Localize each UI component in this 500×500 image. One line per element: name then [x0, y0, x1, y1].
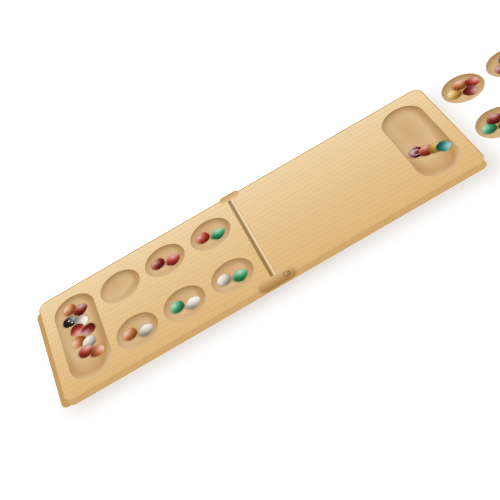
stone-clear[interactable] [135, 322, 155, 338]
stone-red[interactable] [163, 252, 182, 266]
stone-orange[interactable] [121, 325, 138, 343]
stone-darkred[interactable] [492, 61, 500, 75]
stone-darkred[interactable] [150, 256, 167, 272]
stone-darkred[interactable] [484, 112, 500, 124]
pit-near-1[interactable] [112, 305, 163, 357]
stone-black[interactable] [496, 53, 500, 64]
mancala-board [38, 87, 488, 404]
stone-clear[interactable] [215, 271, 233, 288]
pit-far-3[interactable] [185, 211, 236, 257]
pit-far-1[interactable] [96, 263, 144, 311]
stone-red[interactable] [194, 230, 211, 246]
stone-green[interactable] [168, 298, 186, 316]
pit-near-3[interactable] [206, 251, 260, 301]
pit-far-4[interactable] [434, 68, 493, 110]
stone-green[interactable] [230, 267, 250, 282]
product-photo [0, 0, 500, 500]
stone-green[interactable] [208, 226, 227, 240]
pit-near-4[interactable] [467, 100, 500, 145]
pit-near-2[interactable] [159, 278, 212, 329]
board-half-right [228, 88, 487, 281]
pit-far-2[interactable] [141, 237, 190, 284]
stone-white[interactable] [183, 295, 203, 310]
board-half-left [39, 197, 277, 402]
